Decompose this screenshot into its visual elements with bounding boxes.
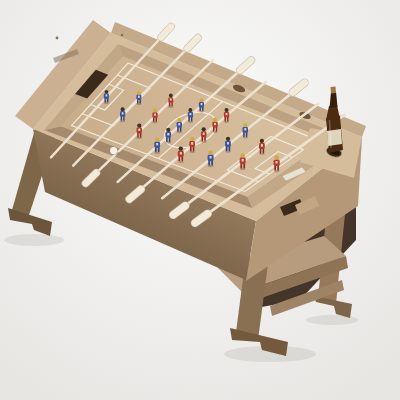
bottle-label xyxy=(327,129,342,146)
rim-hole-dot-2 xyxy=(121,34,124,37)
product-photo xyxy=(0,0,400,400)
bottle-cap xyxy=(331,87,337,94)
ball xyxy=(110,147,117,154)
rim-hole-dot xyxy=(56,37,59,40)
